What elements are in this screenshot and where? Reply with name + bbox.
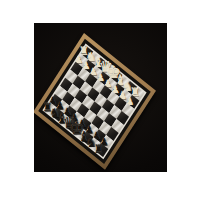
chess-board-grid: ♜♞♝♛♚♝♞♜♟♟♟♟♟♟♟♟♟♟♟♟♟♟♟♟♜♞♝♛♚♝♞♜ [44, 46, 144, 157]
board-sheet-margin: ♜♞♝♛♚♝♞♜♟♟♟♟♟♟♟♟♟♟♟♟♟♟♟♟♜♞♝♛♚♝♞♜ [42, 43, 146, 159]
chess-set-photo: ♜♞♝♛♚♝♞♜♟♟♟♟♟♟♟♟♟♟♟♟♟♟♟♟♜♞♝♛♚♝♞♜ [34, 23, 167, 172]
page: ♜♞♝♛♚♝♞♜♟♟♟♟♟♟♟♟♟♟♟♟♟♟♟♟♜♞♝♛♚♝♞♜ [0, 0, 200, 200]
board-border-band: ♜♞♝♛♚♝♞♜♟♟♟♟♟♟♟♟♟♟♟♟♟♟♟♟♜♞♝♛♚♝♞♜ [38, 39, 151, 164]
chess-board: ♜♞♝♛♚♝♞♜♟♟♟♟♟♟♟♟♟♟♟♟♟♟♟♟♜♞♝♛♚♝♞♜ [34, 33, 156, 170]
